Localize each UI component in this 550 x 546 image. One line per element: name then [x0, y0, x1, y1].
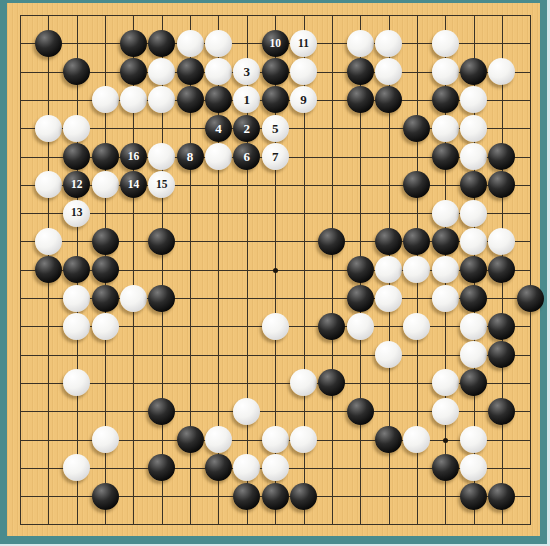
move-number-label: 4 — [215, 122, 222, 135]
white-stone-c10r12 — [262, 313, 289, 340]
white-stone-c2r5 — [35, 115, 62, 142]
white-stone-c8r2 — [205, 30, 232, 57]
white-stone-c2r9 — [35, 228, 62, 255]
white-stone-c6r3 — [148, 58, 175, 85]
white-stone-c11r3 — [290, 58, 317, 85]
white-stone-c11r2: 11 — [290, 30, 317, 57]
black-stone-c4r9 — [92, 228, 119, 255]
white-stone-c15r12 — [403, 313, 430, 340]
white-stone-c9r15 — [233, 398, 260, 425]
black-stone-c6r15 — [148, 398, 175, 425]
white-stone-c16r11 — [432, 285, 459, 312]
black-stone-c15r5 — [403, 115, 430, 142]
black-stone-c6r9 — [148, 228, 175, 255]
black-stone-c4r18 — [92, 483, 119, 510]
black-stone-c7r6: 8 — [177, 143, 204, 170]
black-stone-c9r5: 2 — [233, 115, 260, 142]
white-stone-c9r4: 1 — [233, 86, 260, 113]
black-stone-c17r7 — [460, 171, 487, 198]
white-stone-c11r14 — [290, 369, 317, 396]
black-stone-c14r9 — [375, 228, 402, 255]
black-stone-c17r18 — [460, 483, 487, 510]
white-stone-c3r17 — [63, 454, 90, 481]
white-stone-c3r14 — [63, 369, 90, 396]
white-stone-c16r15 — [432, 398, 459, 425]
black-stone-c10r18 — [262, 483, 289, 510]
black-stone-c3r7: 12 — [63, 171, 90, 198]
black-stone-c6r11 — [148, 285, 175, 312]
black-stone-c8r4 — [205, 86, 232, 113]
board-frame: 10113194251686712141513 — [0, 0, 547, 544]
white-stone-c8r6 — [205, 143, 232, 170]
white-stone-c18r9 — [488, 228, 515, 255]
black-stone-c12r14 — [318, 369, 345, 396]
white-stone-c18r3 — [488, 58, 515, 85]
black-stone-c5r6: 16 — [120, 143, 147, 170]
black-stone-c6r2 — [148, 30, 175, 57]
grid-line-horizontal — [20, 355, 531, 356]
black-stone-c13r10 — [347, 256, 374, 283]
black-stone-c5r3 — [120, 58, 147, 85]
white-stone-c14r2 — [375, 30, 402, 57]
white-stone-c15r10 — [403, 256, 430, 283]
white-stone-c17r17 — [460, 454, 487, 481]
black-stone-c12r9 — [318, 228, 345, 255]
white-stone-c10r5: 5 — [262, 115, 289, 142]
black-stone-c3r3 — [63, 58, 90, 85]
black-stone-c18r7 — [488, 171, 515, 198]
white-stone-c13r12 — [347, 313, 374, 340]
grid-line-horizontal — [20, 524, 531, 525]
white-stone-c17r13 — [460, 341, 487, 368]
black-stone-c5r7: 14 — [120, 171, 147, 198]
move-number-label: 10 — [269, 38, 281, 50]
black-stone-c18r13 — [488, 341, 515, 368]
move-number-label: 7 — [272, 150, 279, 163]
black-stone-c13r15 — [347, 398, 374, 425]
move-number-label: 12 — [71, 179, 83, 191]
black-stone-c14r4 — [375, 86, 402, 113]
move-number-label: 15 — [156, 179, 168, 191]
black-stone-c10r2: 10 — [262, 30, 289, 57]
black-stone-c16r4 — [432, 86, 459, 113]
black-stone-c17r3 — [460, 58, 487, 85]
white-stone-c14r13 — [375, 341, 402, 368]
white-stone-c17r5 — [460, 115, 487, 142]
white-stone-c6r4 — [148, 86, 175, 113]
black-stone-c3r10 — [63, 256, 90, 283]
white-stone-c17r6 — [460, 143, 487, 170]
grid-line-vertical — [332, 15, 333, 525]
white-stone-c16r5 — [432, 115, 459, 142]
move-number-label: 16 — [128, 151, 140, 163]
white-stone-c3r11 — [63, 285, 90, 312]
black-stone-c13r4 — [347, 86, 374, 113]
move-number-label: 2 — [244, 122, 251, 135]
white-stone-c17r8 — [460, 200, 487, 227]
black-stone-c8r5: 4 — [205, 115, 232, 142]
white-stone-c3r8: 13 — [63, 200, 90, 227]
black-stone-c4r6 — [92, 143, 119, 170]
black-stone-c13r3 — [347, 58, 374, 85]
black-stone-c19r11 — [517, 285, 544, 312]
white-stone-c17r12 — [460, 313, 487, 340]
white-stone-c16r2 — [432, 30, 459, 57]
white-stone-c16r10 — [432, 256, 459, 283]
white-stone-c11r4: 9 — [290, 86, 317, 113]
white-stone-c6r7: 15 — [148, 171, 175, 198]
white-stone-c6r6 — [148, 143, 175, 170]
move-number-label: 13 — [71, 207, 83, 219]
go-game-screenshot: { "game": "go", "board_size": 19, "posit… — [0, 0, 550, 546]
black-stone-c5r2 — [120, 30, 147, 57]
move-number-label: 14 — [128, 179, 140, 191]
black-stone-c18r6 — [488, 143, 515, 170]
white-stone-c17r9 — [460, 228, 487, 255]
white-stone-c14r10 — [375, 256, 402, 283]
black-stone-c7r4 — [177, 86, 204, 113]
white-stone-c9r3: 3 — [233, 58, 260, 85]
black-stone-c10r3 — [262, 58, 289, 85]
white-stone-c9r17 — [233, 454, 260, 481]
move-number-label: 9 — [300, 93, 307, 106]
black-stone-c10r4 — [262, 86, 289, 113]
white-stone-c10r17 — [262, 454, 289, 481]
black-stone-c11r18 — [290, 483, 317, 510]
white-stone-c16r8 — [432, 200, 459, 227]
black-stone-c18r15 — [488, 398, 515, 425]
black-stone-c15r7 — [403, 171, 430, 198]
black-stone-c4r11 — [92, 285, 119, 312]
white-stone-c3r5 — [63, 115, 90, 142]
black-stone-c17r14 — [460, 369, 487, 396]
white-stone-c11r16 — [290, 426, 317, 453]
black-stone-c9r18 — [233, 483, 260, 510]
star-point — [273, 268, 278, 273]
black-stone-c18r18 — [488, 483, 515, 510]
white-stone-c4r4 — [92, 86, 119, 113]
move-number-label: 1 — [244, 93, 251, 106]
black-stone-c2r10 — [35, 256, 62, 283]
move-number-label: 8 — [187, 150, 194, 163]
black-stone-c17r11 — [460, 285, 487, 312]
star-point — [443, 438, 448, 443]
white-stone-c17r4 — [460, 86, 487, 113]
white-stone-c5r4 — [120, 86, 147, 113]
black-stone-c16r17 — [432, 454, 459, 481]
white-stone-c15r16 — [403, 426, 430, 453]
white-stone-c14r11 — [375, 285, 402, 312]
move-number-label: 5 — [272, 122, 279, 135]
black-stone-c17r10 — [460, 256, 487, 283]
white-stone-c16r14 — [432, 369, 459, 396]
black-stone-c18r10 — [488, 256, 515, 283]
white-stone-c8r16 — [205, 426, 232, 453]
white-stone-c7r2 — [177, 30, 204, 57]
black-stone-c7r3 — [177, 58, 204, 85]
black-stone-c3r6 — [63, 143, 90, 170]
move-number-label: 6 — [244, 150, 251, 163]
black-stone-c2r2 — [35, 30, 62, 57]
white-stone-c17r16 — [460, 426, 487, 453]
black-stone-c12r12 — [318, 313, 345, 340]
white-stone-c16r3 — [432, 58, 459, 85]
white-stone-c8r3 — [205, 58, 232, 85]
black-stone-c4r10 — [92, 256, 119, 283]
black-stone-c7r16 — [177, 426, 204, 453]
black-stone-c9r6: 6 — [233, 143, 260, 170]
go-board[interactable]: 10113194251686712141513 — [7, 3, 540, 536]
black-stone-c18r12 — [488, 313, 515, 340]
move-number-label: 3 — [244, 65, 251, 78]
black-stone-c14r16 — [375, 426, 402, 453]
white-stone-c14r3 — [375, 58, 402, 85]
white-stone-c4r16 — [92, 426, 119, 453]
white-stone-c2r7 — [35, 171, 62, 198]
grid-line-vertical — [530, 15, 531, 525]
white-stone-c5r11 — [120, 285, 147, 312]
white-stone-c4r12 — [92, 313, 119, 340]
black-stone-c6r17 — [148, 454, 175, 481]
move-number-label: 11 — [298, 38, 309, 50]
white-stone-c10r16 — [262, 426, 289, 453]
black-stone-c16r9 — [432, 228, 459, 255]
white-stone-c4r7 — [92, 171, 119, 198]
white-stone-c3r12 — [63, 313, 90, 340]
white-stone-c10r6: 7 — [262, 143, 289, 170]
white-stone-c13r2 — [347, 30, 374, 57]
black-stone-c13r11 — [347, 285, 374, 312]
black-stone-c16r6 — [432, 143, 459, 170]
black-stone-c8r17 — [205, 454, 232, 481]
black-stone-c15r9 — [403, 228, 430, 255]
